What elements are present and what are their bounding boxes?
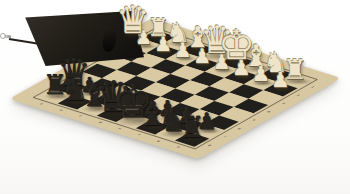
white-pawn-c2[interactable]: ♟: [174, 40, 192, 60]
white-pawn-h2[interactable]: ♟: [271, 70, 290, 91]
white-pawn-f2[interactable]: ♟: [232, 58, 251, 79]
chess-set-photo: abcdefgh12345678 ♜♞♝♛♚♝♞♜♟♟♟♟♟♟♟♟♟♟♟♟♟♟♟…: [0, 0, 350, 194]
white-pawn-e2[interactable]: ♟: [213, 52, 231, 72]
white-pawn-a2[interactable]: ♟: [135, 28, 152, 47]
white-pawn-d2[interactable]: ♟: [193, 46, 211, 66]
white-pawn-b2[interactable]: ♟: [154, 34, 172, 54]
pieces-layer: ♜♞♝♛♚♝♞♜♟♟♟♟♟♟♟♟♟♟♟♟♟♟♟♟♜♞♝♛♚♝♞♜♛♛: [0, 0, 350, 194]
white-pawn-g2[interactable]: ♟: [251, 64, 270, 85]
black-rook-h8[interactable]: ♜: [179, 113, 205, 142]
